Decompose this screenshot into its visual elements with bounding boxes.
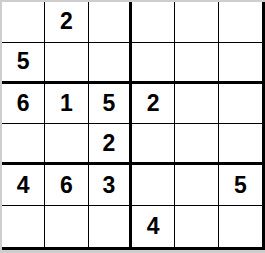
cell-r3c5[interactable] <box>175 84 218 125</box>
cell-r4c6[interactable] <box>219 124 262 165</box>
cell-r5c5[interactable] <box>175 165 218 206</box>
cell-r5c3[interactable]: 3 <box>89 165 132 206</box>
cell-r6c1[interactable] <box>2 206 45 247</box>
cell-r1c3[interactable] <box>89 2 132 43</box>
cell-r5c6[interactable]: 5 <box>219 165 262 206</box>
cell-r1c2[interactable]: 2 <box>45 2 88 43</box>
cell-r3c1[interactable]: 6 <box>2 84 45 125</box>
cell-r3c3[interactable]: 5 <box>89 84 132 125</box>
cell-r1c4[interactable] <box>132 2 175 43</box>
cell-r4c4[interactable] <box>132 124 175 165</box>
cell-r3c4[interactable]: 2 <box>132 84 175 125</box>
cell-r2c3[interactable] <box>89 43 132 84</box>
cell-r1c5[interactable] <box>175 2 218 43</box>
cell-r2c4[interactable] <box>132 43 175 84</box>
cell-r5c1[interactable]: 4 <box>2 165 45 206</box>
cell-r4c1[interactable] <box>2 124 45 165</box>
cell-r2c5[interactable] <box>175 43 218 84</box>
cell-r6c4[interactable]: 4 <box>132 206 175 247</box>
cell-r6c6[interactable] <box>219 206 262 247</box>
sudoku-board: 256152246354 <box>2 2 265 250</box>
cell-r1c6[interactable] <box>219 2 262 43</box>
cell-r2c2[interactable] <box>45 43 88 84</box>
cell-r4c5[interactable] <box>175 124 218 165</box>
cell-r3c2[interactable]: 1 <box>45 84 88 125</box>
cell-r6c3[interactable] <box>89 206 132 247</box>
cell-r2c1[interactable]: 5 <box>2 43 45 84</box>
cell-r5c4[interactable] <box>132 165 175 206</box>
cell-r5c2[interactable]: 6 <box>45 165 88 206</box>
cell-r4c2[interactable] <box>45 124 88 165</box>
cell-r4c3[interactable]: 2 <box>89 124 132 165</box>
cell-r1c1[interactable] <box>2 2 45 43</box>
sudoku-frame: 256152246354 <box>0 0 265 253</box>
cell-r6c2[interactable] <box>45 206 88 247</box>
cell-r2c6[interactable] <box>219 43 262 84</box>
cell-r6c5[interactable] <box>175 206 218 247</box>
cell-r3c6[interactable] <box>219 84 262 125</box>
